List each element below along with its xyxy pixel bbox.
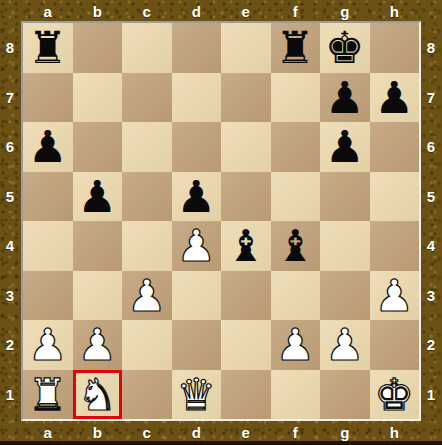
file-label-bottom-d: d [172,422,222,442]
square-f2[interactable]: ♟ [271,320,321,370]
piece-white-queen-d1[interactable]: ♛ [177,370,216,420]
square-b8[interactable] [73,23,123,73]
square-d7[interactable] [172,73,222,123]
piece-white-rook-a1[interactable]: ♜ [28,370,67,420]
rank-label-right-1: 1 [421,370,441,420]
rank-label-left-4: 4 [0,221,20,271]
square-h1[interactable]: ♚ [370,370,420,420]
rank-label-right-4: 4 [421,221,441,271]
square-g7[interactable]: ♟ [320,73,370,123]
piece-black-king-g8[interactable]: ♚ [325,23,364,73]
piece-black-pawn-b5[interactable]: ♟ [78,172,117,222]
square-e6[interactable] [221,122,271,172]
square-c5[interactable] [122,172,172,222]
square-c7[interactable] [122,73,172,123]
piece-black-pawn-d5[interactable]: ♟ [177,172,216,222]
square-e3[interactable] [221,271,271,321]
square-e2[interactable] [221,320,271,370]
square-b6[interactable] [73,122,123,172]
chess-board-widget: ♜♜♚♟♟♟♟♟♟♟♝♝♟♟♟♟♟♟♜♞♛♚ aabbccddeeffgghh8… [0,0,442,445]
piece-white-pawn-d4[interactable]: ♟ [177,221,216,271]
square-h7[interactable]: ♟ [370,73,420,123]
piece-black-pawn-h7[interactable]: ♟ [375,73,414,123]
piece-black-pawn-g6[interactable]: ♟ [325,122,364,172]
file-label-bottom-e: e [221,422,271,442]
square-d2[interactable] [172,320,222,370]
rank-label-right-7: 7 [421,73,441,123]
square-c2[interactable] [122,320,172,370]
piece-black-pawn-a6[interactable]: ♟ [28,122,67,172]
square-f6[interactable] [271,122,321,172]
square-a3[interactable] [23,271,73,321]
rank-label-right-8: 8 [421,23,441,73]
square-f1[interactable] [271,370,321,420]
square-b3[interactable] [73,271,123,321]
square-e5[interactable] [221,172,271,222]
rank-label-right-2: 2 [421,320,441,370]
square-c1[interactable] [122,370,172,420]
piece-black-bishop-e4[interactable]: ♝ [226,221,265,271]
square-h6[interactable] [370,122,420,172]
piece-white-knight-b1[interactable]: ♞ [78,370,117,420]
square-d3[interactable] [172,271,222,321]
file-label-top-h: h [370,1,420,21]
square-h5[interactable] [370,172,420,222]
file-label-bottom-b: b [73,422,123,442]
rank-label-left-1: 1 [0,370,20,420]
file-label-bottom-h: h [370,422,420,442]
rank-label-left-8: 8 [0,23,20,73]
piece-white-pawn-a2[interactable]: ♟ [28,320,67,370]
piece-white-king-h1[interactable]: ♚ [375,370,414,420]
file-label-bottom-f: f [271,422,321,442]
square-c3[interactable]: ♟ [122,271,172,321]
square-g6[interactable]: ♟ [320,122,370,172]
square-h2[interactable] [370,320,420,370]
square-g2[interactable]: ♟ [320,320,370,370]
rank-label-right-3: 3 [421,271,441,321]
square-d1[interactable]: ♛ [172,370,222,420]
square-a1[interactable]: ♜ [23,370,73,420]
square-a2[interactable]: ♟ [23,320,73,370]
square-g1[interactable] [320,370,370,420]
square-b1-highlighted[interactable]: ♞ [73,370,123,420]
square-a6[interactable]: ♟ [23,122,73,172]
file-label-top-d: d [172,1,222,21]
square-h8[interactable] [370,23,420,73]
square-f4[interactable]: ♝ [271,221,321,271]
rank-label-left-2: 2 [0,320,20,370]
square-a4[interactable] [23,221,73,271]
square-f7[interactable] [271,73,321,123]
square-a7[interactable] [23,73,73,123]
square-c8[interactable] [122,23,172,73]
square-b4[interactable] [73,221,123,271]
rank-label-left-6: 6 [0,122,20,172]
file-label-bottom-a: a [23,422,73,442]
file-label-top-a: a [23,1,73,21]
square-d4[interactable]: ♟ [172,221,222,271]
rank-label-right-5: 5 [421,172,441,222]
piece-white-pawn-b2[interactable]: ♟ [78,320,117,370]
piece-black-rook-a8[interactable]: ♜ [28,23,67,73]
piece-black-rook-f8[interactable]: ♜ [276,23,315,73]
file-label-top-c: c [122,1,172,21]
square-e8[interactable] [221,23,271,73]
piece-black-bishop-f4[interactable]: ♝ [276,221,315,271]
file-label-top-b: b [73,1,123,21]
file-label-bottom-c: c [122,422,172,442]
square-d6[interactable] [172,122,222,172]
piece-white-pawn-c3[interactable]: ♟ [127,271,166,321]
piece-white-pawn-f2[interactable]: ♟ [276,320,315,370]
square-g4[interactable] [320,221,370,271]
square-e7[interactable] [221,73,271,123]
square-f8[interactable]: ♜ [271,23,321,73]
piece-black-pawn-g7[interactable]: ♟ [325,73,364,123]
rank-label-left-3: 3 [0,271,20,321]
square-g3[interactable] [320,271,370,321]
square-b5[interactable]: ♟ [73,172,123,222]
square-c4[interactable] [122,221,172,271]
square-b2[interactable]: ♟ [73,320,123,370]
square-e4[interactable]: ♝ [221,221,271,271]
square-b7[interactable] [73,73,123,123]
piece-white-pawn-g2[interactable]: ♟ [325,320,364,370]
square-g8[interactable]: ♚ [320,23,370,73]
rank-label-right-6: 6 [421,122,441,172]
square-d5[interactable]: ♟ [172,172,222,222]
square-f5[interactable] [271,172,321,222]
square-a8[interactable]: ♜ [23,23,73,73]
file-label-top-g: g [320,1,370,21]
square-c6[interactable] [122,122,172,172]
chess-board: ♜♜♚♟♟♟♟♟♟♟♝♝♟♟♟♟♟♟♜♞♛♚ [21,21,421,421]
rank-label-left-5: 5 [0,172,20,222]
square-f3[interactable] [271,271,321,321]
square-g5[interactable] [320,172,370,222]
file-label-top-e: e [221,1,271,21]
square-h3[interactable]: ♟ [370,271,420,321]
square-h4[interactable] [370,221,420,271]
square-d8[interactable] [172,23,222,73]
file-label-bottom-g: g [320,422,370,442]
square-e1[interactable] [221,370,271,420]
file-label-top-f: f [271,1,321,21]
rank-label-left-7: 7 [0,73,20,123]
square-a5[interactable] [23,172,73,222]
piece-white-pawn-h3[interactable]: ♟ [375,271,414,321]
